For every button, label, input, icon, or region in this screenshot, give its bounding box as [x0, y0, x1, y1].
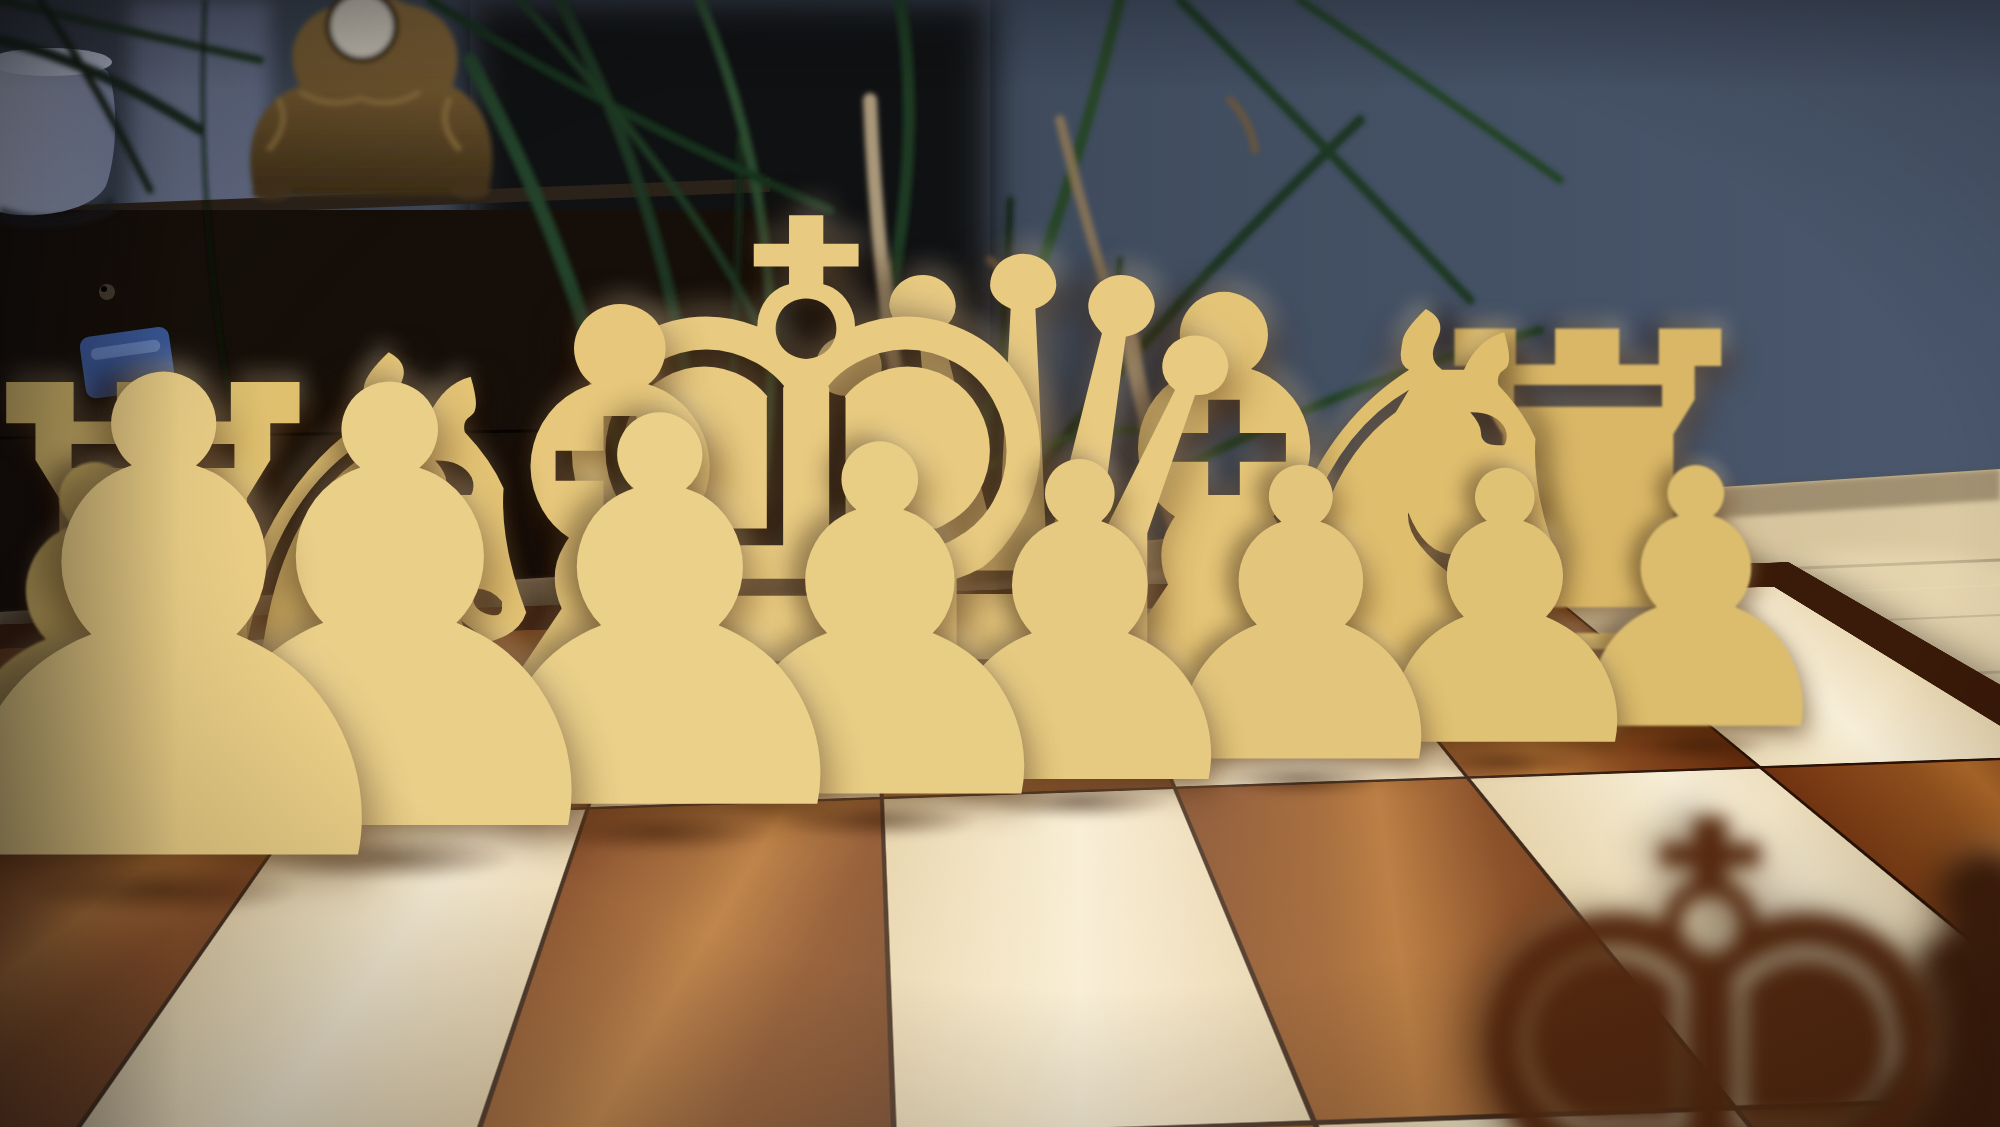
- pieces-layer: ♜♟♞♝♚♛♝♞♜♟♟♟♟♟♟♟♟♚♟: [0, 0, 2000, 1127]
- white-pawn-a2: ♟: [0, 295, 460, 956]
- black-king-foreground: ♚: [1423, 743, 1997, 1127]
- chess-photo-scene: ♜♟♞♝♚♛♝♞♜♟♟♟♟♟♟♟♟♚♟: [0, 0, 2000, 1127]
